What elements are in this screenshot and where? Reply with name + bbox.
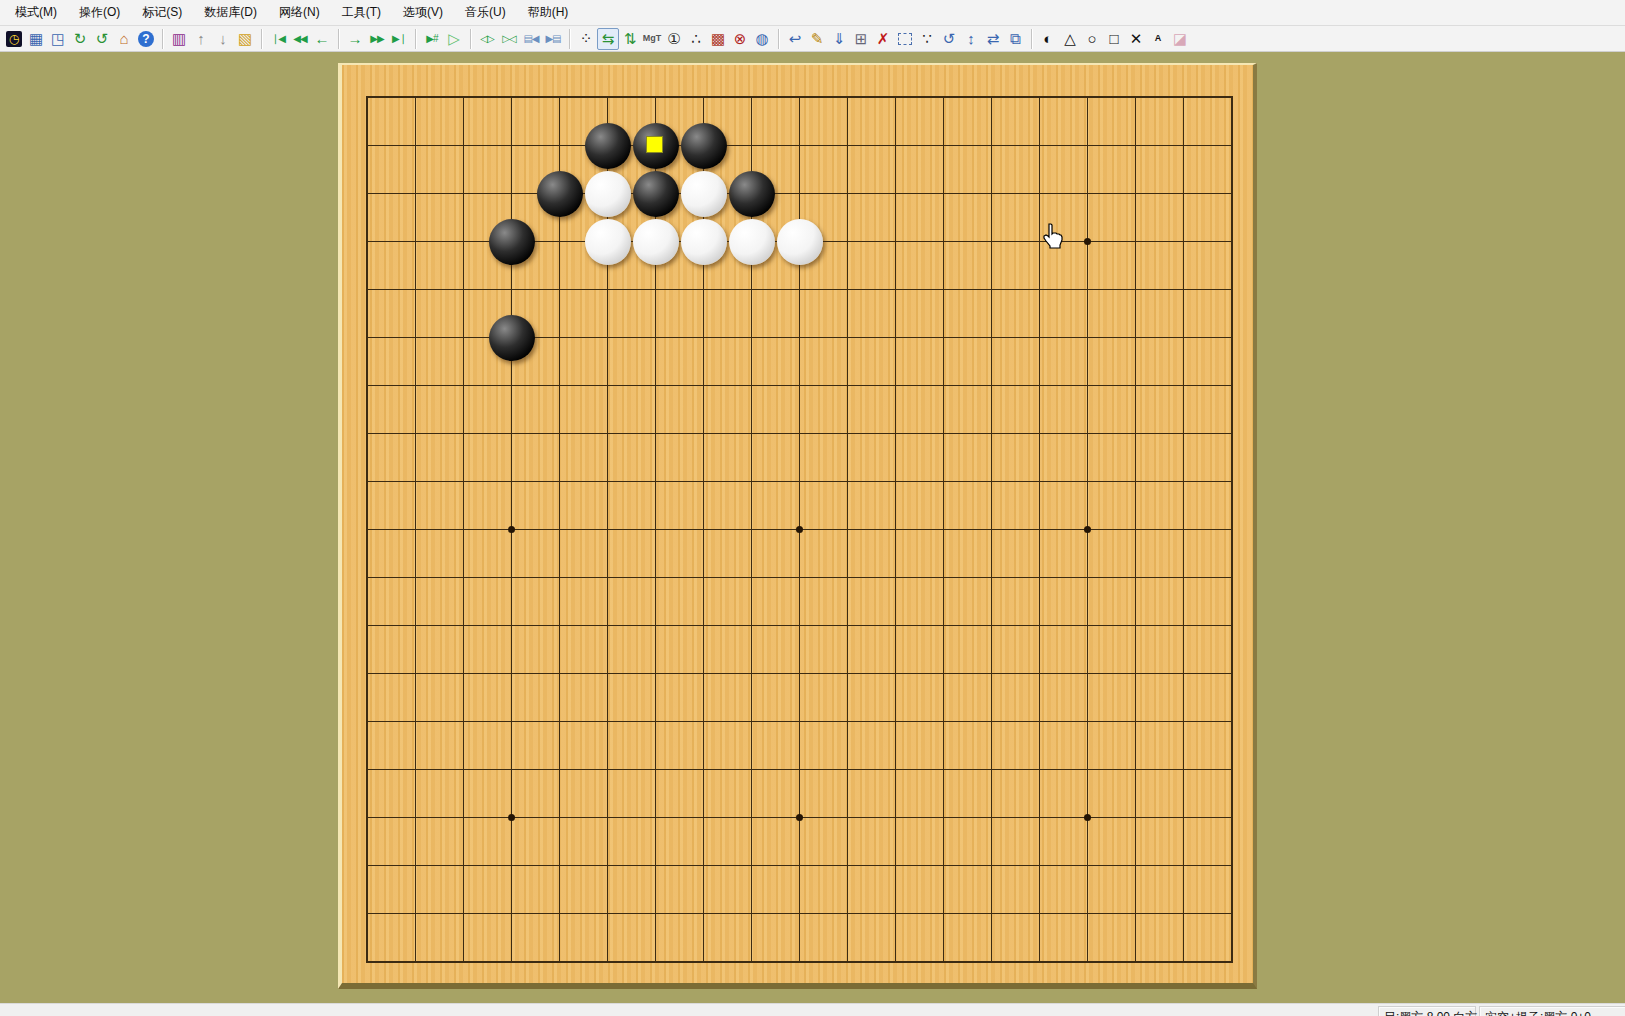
menu-bar: 模式(M)操作(O)标记(S)数据库(D)网络(N)工具(T)选项(V)音乐(U… <box>0 0 1625 26</box>
menu-item-network[interactable]: 网络(N) <box>268 0 331 25</box>
move-navigation-icon[interactable]: ⇆ <box>597 28 619 50</box>
delete-node-icon[interactable]: ✗ <box>872 28 894 50</box>
swap-branch-icon: ⇅ <box>624 31 637 46</box>
cascade-windows-icon[interactable]: ⧉ <box>1004 28 1026 50</box>
network-login-icon: ↺ <box>96 31 109 46</box>
home-icon[interactable]: ⌂ <box>113 28 135 50</box>
cross-marker-icon: ✕ <box>1130 31 1143 46</box>
flip-horizontal-icon: ⇄ <box>987 31 1000 46</box>
last-move-icon[interactable]: ▶❘ <box>388 28 410 50</box>
help-icon: ? <box>138 31 154 47</box>
black-stone[interactable] <box>633 171 679 217</box>
fast-back-icon[interactable]: ◀◀ <box>289 28 311 50</box>
place-stones-icon[interactable]: ∵ <box>916 28 938 50</box>
forward-icon[interactable]: → <box>344 28 366 50</box>
last-move-icon: ▶❘ <box>392 34 406 44</box>
star-point <box>1084 526 1091 533</box>
black-stone[interactable] <box>729 171 775 217</box>
first-move-icon[interactable]: ❘◀ <box>267 28 289 50</box>
play-icon: ▷ <box>448 31 460 46</box>
toolbar-separator <box>470 29 471 49</box>
count-score-icon[interactable]: ⊞ <box>850 28 872 50</box>
stones-cluster-icon[interactable]: ∴ <box>685 28 707 50</box>
mgt-icon: MgT <box>643 34 662 43</box>
star-point <box>1084 238 1091 245</box>
triangle-marker-icon: △ <box>1064 31 1076 46</box>
letter-marker-icon[interactable]: A <box>1147 28 1169 50</box>
territory-icon: ▩ <box>711 31 725 46</box>
menu-item-mark[interactable]: 标记(S) <box>131 0 193 25</box>
cross-marker-icon[interactable]: ✕ <box>1125 28 1147 50</box>
prev-game-icon[interactable]: ↑ <box>190 28 212 50</box>
open-file-icon: ▧ <box>238 31 252 46</box>
forward-icon: → <box>348 31 363 46</box>
square-marker-icon: □ <box>1109 31 1118 46</box>
fast-back-icon: ◀◀ <box>293 34 306 44</box>
white-stone[interactable] <box>585 219 631 265</box>
status-score: 目:黑方 8.00 白方 7.00 <box>1378 1006 1476 1016</box>
next-variation-icon[interactable]: ▷◁ <box>498 28 520 50</box>
territory-icon[interactable]: ▩ <box>707 28 729 50</box>
zoom-window-icon[interactable]: ◳ <box>47 28 69 50</box>
toolbar-separator <box>1031 29 1032 49</box>
move-navigation-icon: ⇆ <box>602 31 615 46</box>
network-refresh-icon[interactable]: ↻ <box>69 28 91 50</box>
white-stone[interactable] <box>681 171 727 217</box>
fast-forward-icon: ▶▶ <box>370 34 383 44</box>
menu-item-mode[interactable]: 模式(M) <box>4 0 68 25</box>
goban-grid[interactable] <box>367 97 1232 962</box>
menu-item-options[interactable]: 选项(V) <box>392 0 454 25</box>
goto-move-icon[interactable]: ▶# <box>421 28 443 50</box>
toolbar-separator <box>415 29 416 49</box>
network-refresh-icon: ↻ <box>74 31 87 46</box>
home-icon: ⌂ <box>119 31 128 46</box>
status-bar: 目:黑方 8.00 白方 7.00 实空+提子:黑方 0+0- <box>0 1003 1625 1016</box>
star-point <box>796 814 803 821</box>
goban-clock-icon[interactable]: ◷ <box>3 28 25 50</box>
rotate-board-icon: ↺ <box>943 31 956 46</box>
star-point <box>796 526 803 533</box>
pass-icon: ✎ <box>811 31 824 46</box>
circle-marker-icon: ○ <box>1087 31 1096 46</box>
mgt-icon[interactable]: MgT <box>641 28 663 50</box>
toolbar-separator <box>569 29 570 49</box>
menu-item-action[interactable]: 操作(O) <box>68 0 131 25</box>
database-book-icon: ▥ <box>172 31 186 46</box>
black-stone[interactable] <box>489 315 535 361</box>
try-move-icon: ⁘ <box>580 31 593 46</box>
play-icon[interactable]: ▷ <box>443 28 465 50</box>
select-region-icon[interactable] <box>894 28 916 50</box>
swap-branch-icon[interactable]: ⇅ <box>619 28 641 50</box>
toolbar-separator <box>162 29 163 49</box>
white-stone[interactable] <box>729 219 775 265</box>
move-number-icon[interactable]: ① <box>663 28 685 50</box>
first-move-icon: ❘◀ <box>271 34 285 44</box>
white-stone[interactable] <box>585 171 631 217</box>
stone-toggle-icon: ◐ <box>1043 31 1052 46</box>
goto-move-icon: ▶# <box>426 34 437 44</box>
stone-toggle-icon[interactable]: ◐ <box>1037 28 1059 50</box>
star-point <box>508 526 515 533</box>
fast-forward-icon[interactable]: ▶▶ <box>366 28 388 50</box>
place-stones-icon: ∵ <box>922 31 932 46</box>
black-stone[interactable] <box>585 123 631 169</box>
stones-cluster-icon: ∴ <box>691 31 701 46</box>
prev-variation-icon: ◁▷ <box>480 34 493 44</box>
delete-node-icon: ✗ <box>877 31 890 46</box>
menu-item-database[interactable]: 数据库(D) <box>193 0 268 25</box>
pass-icon[interactable]: ✎ <box>806 28 828 50</box>
square-marker-icon[interactable]: □ <box>1103 28 1125 50</box>
board-setup-icon[interactable]: ▦ <box>25 28 47 50</box>
black-stone[interactable] <box>489 219 535 265</box>
first-variation-icon[interactable]: ▤◀ <box>520 28 542 50</box>
help-icon[interactable]: ? <box>135 28 157 50</box>
last-variation-icon[interactable]: ▶▤ <box>542 28 564 50</box>
remove-dead-icon[interactable]: ⊗ <box>729 28 751 50</box>
back-icon[interactable]: ← <box>311 28 333 50</box>
select-region-icon <box>898 33 912 45</box>
toolbar-separator <box>778 29 779 49</box>
black-stone[interactable] <box>537 171 583 217</box>
flip-vertical-icon[interactable]: ↕ <box>960 28 982 50</box>
star-point <box>1084 814 1091 821</box>
undo-move-icon[interactable]: ↩ <box>784 28 806 50</box>
white-stone[interactable] <box>681 219 727 265</box>
network-login-icon[interactable]: ↺ <box>91 28 113 50</box>
circle-marker-icon[interactable]: ○ <box>1081 28 1103 50</box>
next-variation-icon: ▷◁ <box>502 34 515 44</box>
count-score-icon: ⊞ <box>855 31 868 46</box>
first-variation-icon: ▤◀ <box>523 34 538 44</box>
zoom-window-icon: ◳ <box>51 31 65 46</box>
back-icon: ← <box>315 31 330 46</box>
app-window: { "app": { "background_color": "#a7a365"… <box>0 0 1625 1016</box>
descend-icon: ⇓ <box>833 31 846 46</box>
white-stone[interactable] <box>633 219 679 265</box>
go-board <box>338 63 1257 989</box>
goban-clock-icon: ◷ <box>6 31 22 47</box>
next-game-icon: ↓ <box>219 31 227 46</box>
try-move-icon[interactable]: ⁘ <box>575 28 597 50</box>
mouse-cursor-hand-icon <box>1040 222 1064 254</box>
eraser-icon: ◪ <box>1173 31 1187 46</box>
last-variation-icon: ▶▤ <box>545 34 560 44</box>
cascade-windows-icon: ⧉ <box>1010 31 1021 46</box>
triangle-marker-icon[interactable]: △ <box>1059 28 1081 50</box>
clean-board-icon: ◍ <box>755 31 768 46</box>
open-file-icon[interactable]: ▧ <box>234 28 256 50</box>
move-number-icon: ① <box>667 31 680 46</box>
menu-item-help[interactable]: 帮助(H) <box>517 0 580 25</box>
descend-icon[interactable]: ⇓ <box>828 28 850 50</box>
status-territory: 实空+提子:黑方 0+0- <box>1479 1006 1625 1016</box>
last-move-square-marker <box>646 136 663 153</box>
menu-item-music[interactable]: 音乐(U) <box>454 0 517 25</box>
letter-marker-icon: A <box>1155 34 1162 43</box>
rotate-board-icon[interactable]: ↺ <box>938 28 960 50</box>
remove-dead-icon: ⊗ <box>734 31 747 46</box>
prev-variation-icon[interactable]: ◁▷ <box>476 28 498 50</box>
flip-horizontal-icon[interactable]: ⇄ <box>982 28 1004 50</box>
prev-game-icon: ↑ <box>197 31 205 46</box>
eraser-icon[interactable]: ◪ <box>1169 28 1191 50</box>
database-book-icon[interactable]: ▥ <box>168 28 190 50</box>
toolbar: ◷▦◳↻↺⌂?▥↑↓▧❘◀◀◀←→▶▶▶❘▶#▷◁▷▷◁▤◀▶▤⁘⇆⇅MgT①∴… <box>0 26 1625 52</box>
star-point <box>508 814 515 821</box>
toolbar-separator <box>338 29 339 49</box>
flip-vertical-icon: ↕ <box>967 31 975 46</box>
white-stone[interactable] <box>777 219 823 265</box>
menu-item-tools[interactable]: 工具(T) <box>331 0 392 25</box>
undo-move-icon: ↩ <box>789 31 802 46</box>
next-game-icon[interactable]: ↓ <box>212 28 234 50</box>
board-setup-icon: ▦ <box>29 31 43 46</box>
clean-board-icon[interactable]: ◍ <box>751 28 773 50</box>
black-stone[interactable] <box>681 123 727 169</box>
toolbar-separator <box>261 29 262 49</box>
